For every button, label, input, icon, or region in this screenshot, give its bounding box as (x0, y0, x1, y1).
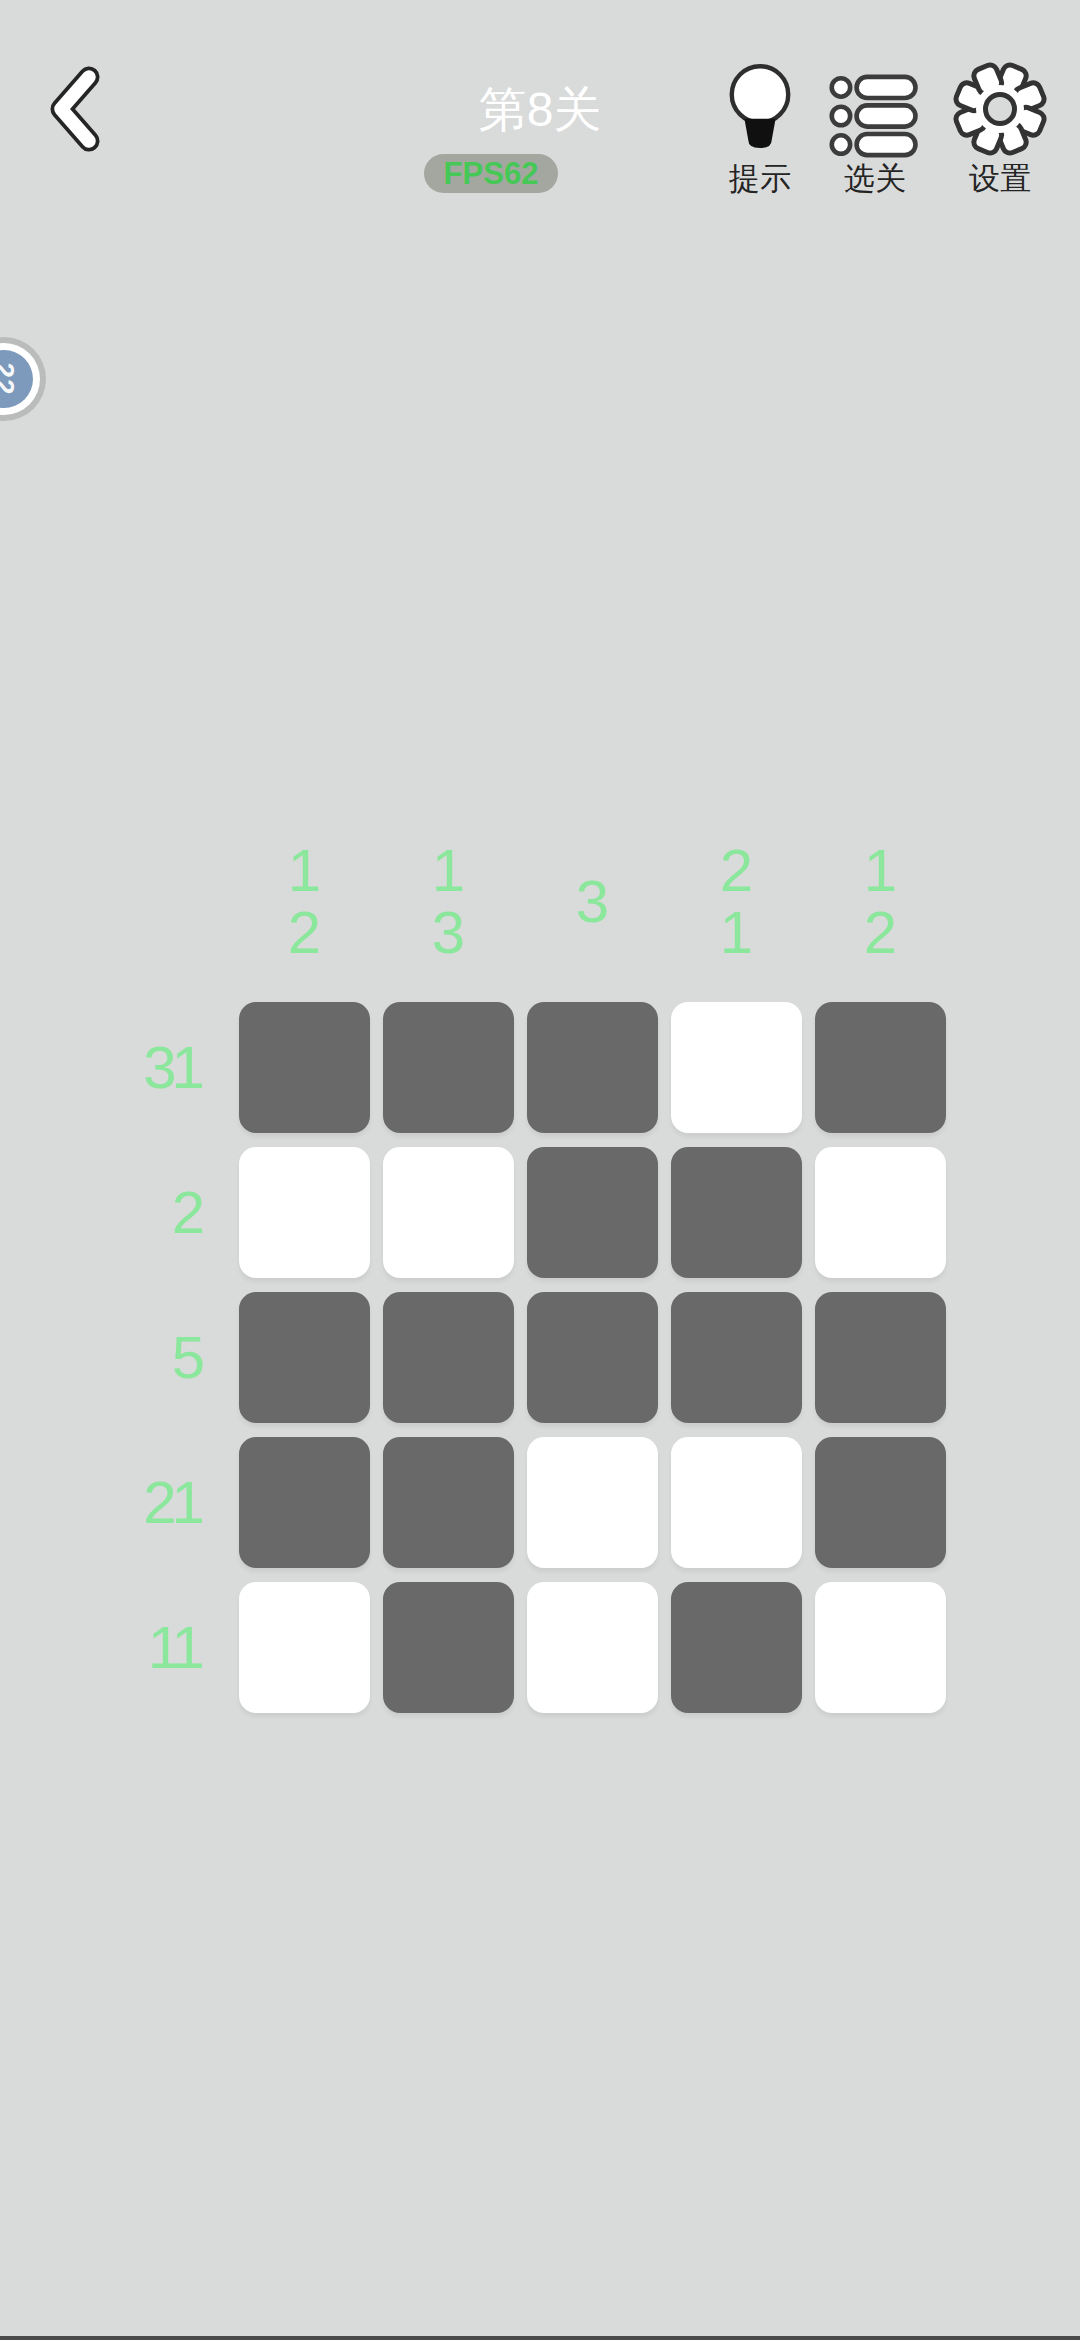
col-clue-2: 13 (383, 830, 514, 988)
badge-text: 22 (0, 362, 20, 395)
back-chevron-icon (44, 141, 110, 156)
cell-r3c5[interactable] (815, 1292, 946, 1423)
row-clue-2: 2 (96, 1147, 226, 1278)
cell-r3c3[interactable] (527, 1292, 658, 1423)
cell-r5c5[interactable] (815, 1582, 946, 1713)
cell-r2c4[interactable] (671, 1147, 802, 1278)
cell-r1c3[interactable] (527, 1002, 658, 1133)
cell-r5c2[interactable] (383, 1582, 514, 1713)
hint-label: 提示 (729, 162, 791, 196)
cell-r4c2[interactable] (383, 1437, 514, 1568)
bottom-screen-edge (0, 2336, 1080, 2340)
fps-badge: FPS62 (424, 154, 558, 193)
cell-r2c3[interactable] (527, 1147, 658, 1278)
cell-r5c3[interactable] (527, 1582, 658, 1713)
lightbulb-icon (723, 57, 797, 159)
row-clue-3: 5 (96, 1292, 226, 1423)
cell-r1c5[interactable] (815, 1002, 946, 1133)
row-clue-4: 21 (96, 1437, 226, 1568)
cell-r2c5[interactable] (815, 1147, 946, 1278)
cell-r2c1[interactable] (239, 1147, 370, 1278)
level-select-label: 选关 (844, 162, 906, 196)
settings-button[interactable]: 设置 (940, 56, 1060, 196)
col-clue-4: 21 (671, 830, 802, 988)
gear-icon (950, 57, 1050, 159)
floating-fps-badge[interactable]: 22 (0, 337, 46, 421)
puzzle-grid: 12133211231252111 (96, 830, 946, 1713)
cell-r3c4[interactable] (671, 1292, 802, 1423)
col-clue-1: 12 (239, 830, 370, 988)
col-clue-3: 3 (527, 830, 658, 988)
list-icon (829, 57, 921, 159)
cell-r5c1[interactable] (239, 1582, 370, 1713)
cell-r5c4[interactable] (671, 1582, 802, 1713)
settings-label: 设置 (969, 162, 1031, 196)
cell-r3c2[interactable] (383, 1292, 514, 1423)
cell-r4c1[interactable] (239, 1437, 370, 1568)
cell-r3c1[interactable] (239, 1292, 370, 1423)
row-clue-5: 11 (96, 1582, 226, 1713)
cell-r4c5[interactable] (815, 1437, 946, 1568)
level-select-button[interactable]: 选关 (815, 56, 935, 196)
cell-r1c2[interactable] (383, 1002, 514, 1133)
cell-r2c2[interactable] (383, 1147, 514, 1278)
cell-r1c1[interactable] (239, 1002, 370, 1133)
cell-r1c4[interactable] (671, 1002, 802, 1133)
row-clue-1: 31 (96, 1002, 226, 1133)
col-clue-5: 12 (815, 830, 946, 988)
cell-r4c3[interactable] (527, 1437, 658, 1568)
hint-button[interactable]: 提示 (700, 56, 820, 196)
cell-r4c4[interactable] (671, 1437, 802, 1568)
